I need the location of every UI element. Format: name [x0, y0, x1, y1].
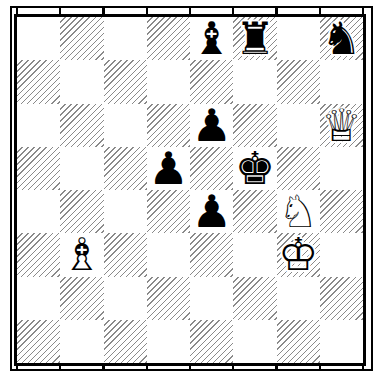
square-d6[interactable]: [147, 104, 190, 147]
square-f7[interactable]: [233, 60, 276, 103]
square-b2[interactable]: [60, 277, 103, 320]
square-e7[interactable]: [190, 60, 233, 103]
square-h8[interactable]: ♞: [320, 17, 363, 60]
square-b7[interactable]: [60, 60, 103, 103]
black-pawn-piece[interactable]: ♟: [190, 104, 233, 147]
board-frame: ♝♜♞♟♕♟♚♟♘♗♔: [14, 14, 366, 366]
square-d2[interactable]: [147, 277, 190, 320]
square-h7[interactable]: [320, 60, 363, 103]
square-a6[interactable]: [17, 104, 60, 147]
square-d8[interactable]: [147, 17, 190, 60]
square-h4[interactable]: [320, 190, 363, 233]
square-f4[interactable]: [233, 190, 276, 233]
square-g2[interactable]: [277, 277, 320, 320]
square-g1[interactable]: [277, 320, 320, 363]
black-bishop-piece[interactable]: ♝: [190, 17, 233, 60]
square-h5[interactable]: [320, 147, 363, 190]
square-d7[interactable]: [147, 60, 190, 103]
black-rook-piece[interactable]: ♜: [233, 17, 276, 60]
chess-diagram: ♝♜♞♟♕♟♚♟♘♗♔: [0, 0, 379, 377]
square-c1[interactable]: [104, 320, 147, 363]
white-bishop-piece[interactable]: ♗: [60, 233, 103, 276]
square-c7[interactable]: [104, 60, 147, 103]
black-pawn-piece[interactable]: ♟: [147, 147, 190, 190]
square-e6[interactable]: ♟: [190, 104, 233, 147]
square-h1[interactable]: [320, 320, 363, 363]
square-f3[interactable]: [233, 233, 276, 276]
square-d4[interactable]: [147, 190, 190, 233]
bottom-tick-marks: [16, 366, 364, 370]
square-g3[interactable]: ♔: [277, 233, 320, 276]
square-c6[interactable]: [104, 104, 147, 147]
square-e2[interactable]: [190, 277, 233, 320]
black-king-piece[interactable]: ♚: [233, 147, 276, 190]
square-e3[interactable]: [190, 233, 233, 276]
square-b1[interactable]: [60, 320, 103, 363]
white-queen-piece[interactable]: ♕: [320, 104, 363, 147]
square-g8[interactable]: [277, 17, 320, 60]
square-f5[interactable]: ♚: [233, 147, 276, 190]
square-a8[interactable]: [17, 17, 60, 60]
square-b3[interactable]: ♗: [60, 233, 103, 276]
black-knight-piece[interactable]: ♞: [320, 17, 363, 60]
square-c3[interactable]: [104, 233, 147, 276]
square-e4[interactable]: ♟: [190, 190, 233, 233]
white-king-piece[interactable]: ♔: [277, 233, 320, 276]
square-e1[interactable]: [190, 320, 233, 363]
square-a7[interactable]: [17, 60, 60, 103]
square-b6[interactable]: [60, 104, 103, 147]
square-g7[interactable]: [277, 60, 320, 103]
square-c5[interactable]: [104, 147, 147, 190]
square-g6[interactable]: [277, 104, 320, 147]
square-a5[interactable]: [17, 147, 60, 190]
black-pawn-piece[interactable]: ♟: [190, 190, 233, 233]
square-g5[interactable]: [277, 147, 320, 190]
square-f1[interactable]: [233, 320, 276, 363]
square-b5[interactable]: [60, 147, 103, 190]
square-b4[interactable]: [60, 190, 103, 233]
square-e5[interactable]: [190, 147, 233, 190]
square-d5[interactable]: ♟: [147, 147, 190, 190]
square-e8[interactable]: ♝: [190, 17, 233, 60]
square-a4[interactable]: [17, 190, 60, 233]
square-a1[interactable]: [17, 320, 60, 363]
square-g4[interactable]: ♘: [277, 190, 320, 233]
square-h3[interactable]: [320, 233, 363, 276]
square-a3[interactable]: [17, 233, 60, 276]
square-h2[interactable]: [320, 277, 363, 320]
square-d3[interactable]: [147, 233, 190, 276]
square-c2[interactable]: [104, 277, 147, 320]
white-knight-piece[interactable]: ♘: [277, 190, 320, 233]
square-f6[interactable]: [233, 104, 276, 147]
square-h6[interactable]: ♕: [320, 104, 363, 147]
square-f2[interactable]: [233, 277, 276, 320]
square-d1[interactable]: [147, 320, 190, 363]
square-c4[interactable]: [104, 190, 147, 233]
square-c8[interactable]: [104, 17, 147, 60]
square-b8[interactable]: [60, 17, 103, 60]
square-a2[interactable]: [17, 277, 60, 320]
board: ♝♜♞♟♕♟♚♟♘♗♔: [17, 17, 363, 363]
square-f8[interactable]: ♜: [233, 17, 276, 60]
